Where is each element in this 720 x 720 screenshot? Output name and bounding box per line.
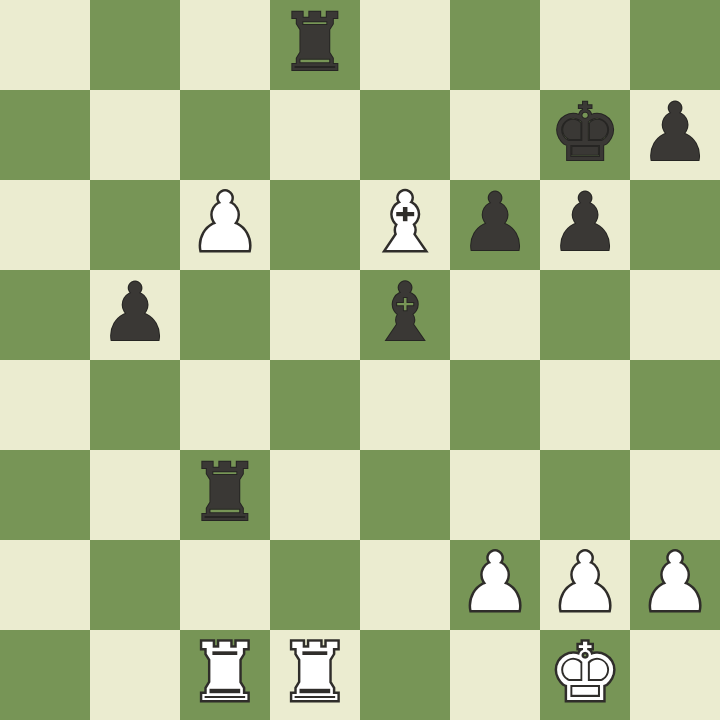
black-bishop-e5[interactable]: ♝ [369,268,441,358]
square-b6[interactable] [90,180,180,270]
square-f1[interactable] [450,630,540,720]
square-d2[interactable] [270,540,360,630]
square-h8[interactable] [630,0,720,90]
black-rook-d8[interactable]: ♜ [279,0,351,88]
square-e4[interactable] [360,360,450,450]
square-e3[interactable] [360,450,450,540]
square-g4[interactable] [540,360,630,450]
square-e6[interactable]: ♝ [360,180,450,270]
square-h1[interactable] [630,630,720,720]
square-d8[interactable]: ♜ [270,0,360,90]
black-pawn-b5[interactable]: ♟ [99,268,171,358]
square-a6[interactable] [0,180,90,270]
chess-board: ♜♚♟♟♝♟♟♟♝♜♟♟♟♜♜♚ [0,0,720,720]
square-c1[interactable]: ♜ [180,630,270,720]
square-f8[interactable] [450,0,540,90]
black-rook-c3[interactable]: ♜ [189,448,261,538]
square-g3[interactable] [540,450,630,540]
white-pawn-f2[interactable]: ♟ [459,538,531,628]
square-c2[interactable] [180,540,270,630]
square-d7[interactable] [270,90,360,180]
black-pawn-f6[interactable]: ♟ [459,178,531,268]
square-c4[interactable] [180,360,270,450]
square-g6[interactable]: ♟ [540,180,630,270]
square-c3[interactable]: ♜ [180,450,270,540]
square-f3[interactable] [450,450,540,540]
black-king-g7[interactable]: ♚ [549,88,621,178]
square-b4[interactable] [90,360,180,450]
square-d5[interactable] [270,270,360,360]
square-h5[interactable] [630,270,720,360]
square-a3[interactable] [0,450,90,540]
square-d3[interactable] [270,450,360,540]
black-pawn-h7[interactable]: ♟ [639,88,711,178]
square-a8[interactable] [0,0,90,90]
white-bishop-e6[interactable]: ♝ [369,178,441,268]
square-c7[interactable] [180,90,270,180]
square-f4[interactable] [450,360,540,450]
square-d6[interactable] [270,180,360,270]
square-c8[interactable] [180,0,270,90]
square-e2[interactable] [360,540,450,630]
square-a5[interactable] [0,270,90,360]
square-f5[interactable] [450,270,540,360]
square-b1[interactable] [90,630,180,720]
square-b2[interactable] [90,540,180,630]
square-f2[interactable]: ♟ [450,540,540,630]
square-g2[interactable]: ♟ [540,540,630,630]
white-pawn-g2[interactable]: ♟ [549,538,621,628]
white-pawn-h2[interactable]: ♟ [639,538,711,628]
square-e8[interactable] [360,0,450,90]
square-b8[interactable] [90,0,180,90]
square-d4[interactable] [270,360,360,450]
square-h7[interactable]: ♟ [630,90,720,180]
black-pawn-g6[interactable]: ♟ [549,178,621,268]
white-king-g1[interactable]: ♚ [549,628,621,718]
square-c5[interactable] [180,270,270,360]
square-a2[interactable] [0,540,90,630]
square-d1[interactable]: ♜ [270,630,360,720]
square-b3[interactable] [90,450,180,540]
square-g1[interactable]: ♚ [540,630,630,720]
square-a1[interactable] [0,630,90,720]
square-g5[interactable] [540,270,630,360]
square-e1[interactable] [360,630,450,720]
square-c6[interactable]: ♟ [180,180,270,270]
square-e7[interactable] [360,90,450,180]
square-h4[interactable] [630,360,720,450]
white-rook-d1[interactable]: ♜ [279,628,351,718]
square-g8[interactable] [540,0,630,90]
square-h6[interactable] [630,180,720,270]
white-pawn-c6[interactable]: ♟ [189,178,261,268]
square-h3[interactable] [630,450,720,540]
square-f7[interactable] [450,90,540,180]
square-a4[interactable] [0,360,90,450]
white-rook-c1[interactable]: ♜ [189,628,261,718]
square-h2[interactable]: ♟ [630,540,720,630]
square-e5[interactable]: ♝ [360,270,450,360]
square-b7[interactable] [90,90,180,180]
square-g7[interactable]: ♚ [540,90,630,180]
square-a7[interactable] [0,90,90,180]
square-f6[interactable]: ♟ [450,180,540,270]
square-b5[interactable]: ♟ [90,270,180,360]
